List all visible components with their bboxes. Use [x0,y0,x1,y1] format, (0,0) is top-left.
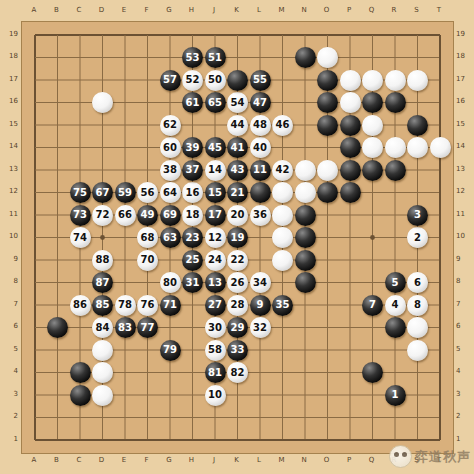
row-label-left-12: 12 [2,180,18,203]
col-label-bottom-Q: Q [360,456,383,464]
stone-black-L17-move-55: 55 [250,70,271,91]
stone-white-F10-move-68: 68 [137,227,158,248]
stone-white-J6-move-30: 30 [205,317,226,338]
stone-white-D9-move-88: 88 [92,250,113,271]
stone-white-G12-move-64: 64 [160,182,181,203]
stone-white-G14-move-60: 60 [160,137,181,158]
stone-white-E11-move-66: 66 [115,205,136,226]
row-label-left-3: 3 [2,383,18,406]
stone-black-S15 [407,115,428,136]
stone-white-J3-move-10: 10 [205,385,226,406]
stone-white-D5 [92,340,113,361]
stone-black-H8-move-31: 31 [182,272,203,293]
go-diagram: ABCDEFGHJKLMNOPQRST ABCDEFGHJKLMNOPQRST … [0,0,474,474]
stone-black-D12-move-67: 67 [92,182,113,203]
stone-black-B6 [47,317,68,338]
row-label-right-8: 8 [456,270,472,293]
col-label-top-L: L [248,6,271,14]
col-label-bottom-D: D [90,456,113,464]
watermark: 弈道秋声 [389,445,471,468]
row-label-right-19: 19 [456,23,472,46]
stone-white-S6 [407,317,428,338]
stone-black-C11-move-73: 73 [70,205,91,226]
col-label-top-T: T [428,6,451,14]
stone-black-O16 [317,92,338,113]
stone-white-M10 [272,227,293,248]
stone-white-H12-move-16: 16 [182,182,203,203]
column-labels-top: ABCDEFGHJKLMNOPQRST [23,6,451,14]
col-label-bottom-L: L [248,456,271,464]
col-label-bottom-G: G [158,456,181,464]
stone-white-L6-move-32: 32 [250,317,271,338]
stone-black-K10-move-19: 19 [227,227,248,248]
row-label-left-5: 5 [2,338,18,361]
stone-black-R6 [385,317,406,338]
col-label-bottom-C: C [68,456,91,464]
col-label-top-A: A [23,6,46,14]
stone-white-Q15 [362,115,383,136]
stone-white-N13 [295,160,316,181]
stone-black-E12-move-59: 59 [115,182,136,203]
col-label-top-E: E [113,6,136,14]
stone-black-F11-move-49: 49 [137,205,158,226]
stone-black-S11-move-3: 3 [407,205,428,226]
column-labels-bottom: ABCDEFGHJKLMNOPQRST [23,456,451,464]
stone-black-N8 [295,272,316,293]
stone-white-S17 [407,70,428,91]
row-label-left-1: 1 [2,428,18,451]
row-label-left-18: 18 [2,45,18,68]
stone-white-R7-move-4: 4 [385,295,406,316]
row-label-right-18: 18 [456,45,472,68]
stone-white-F7-move-76: 76 [137,295,158,316]
row-label-left-10: 10 [2,225,18,248]
row-label-left-2: 2 [2,405,18,428]
stone-black-Q16 [362,92,383,113]
stone-white-S5 [407,340,428,361]
row-label-left-15: 15 [2,113,18,136]
stone-black-J7-move-27: 27 [205,295,226,316]
stone-white-O13 [317,160,338,181]
stone-black-Q13 [362,160,383,181]
col-label-top-F: F [135,6,158,14]
col-label-top-S: S [405,6,428,14]
stone-white-D3 [92,385,113,406]
stone-black-C12-move-75: 75 [70,182,91,203]
row-label-right-4: 4 [456,360,472,383]
col-label-bottom-P: P [338,456,361,464]
stone-white-K8-move-26: 26 [227,272,248,293]
row-label-right-14: 14 [456,135,472,158]
stone-white-G8-move-80: 80 [160,272,181,293]
stone-white-J5-move-58: 58 [205,340,226,361]
row-label-right-3: 3 [456,383,472,406]
stone-black-G11-move-69: 69 [160,205,181,226]
stone-white-C10-move-74: 74 [70,227,91,248]
stone-black-G17-move-57: 57 [160,70,181,91]
row-label-right-7: 7 [456,293,472,316]
stone-white-Q14 [362,137,383,158]
col-label-top-P: P [338,6,361,14]
col-label-bottom-N: N [293,456,316,464]
stone-white-J9-move-24: 24 [205,250,226,271]
stone-white-M12 [272,182,293,203]
stone-white-G13-move-38: 38 [160,160,181,181]
row-label-left-11: 11 [2,203,18,226]
stone-white-K11-move-20: 20 [227,205,248,226]
stone-black-K5-move-33: 33 [227,340,248,361]
stone-white-L15-move-48: 48 [250,115,271,136]
stone-black-G10-move-63: 63 [160,227,181,248]
row-label-right-9: 9 [456,248,472,271]
row-label-left-17: 17 [2,68,18,91]
row-label-right-13: 13 [456,158,472,181]
col-label-top-N: N [293,6,316,14]
stone-black-Q7-move-7: 7 [362,295,383,316]
row-label-left-7: 7 [2,293,18,316]
stone-white-S14 [407,137,428,158]
stone-black-P12 [340,182,361,203]
row-label-right-12: 12 [456,180,472,203]
stone-black-J4-move-81: 81 [205,362,226,383]
stone-black-K14-move-41: 41 [227,137,248,158]
row-label-left-9: 9 [2,248,18,271]
row-labels-left: 19181716151413121110987654321 [2,23,18,451]
stone-black-J8-move-13: 13 [205,272,226,293]
stone-black-D7-move-85: 85 [92,295,113,316]
stone-white-L8-move-34: 34 [250,272,271,293]
stone-white-S10-move-2: 2 [407,227,428,248]
stone-white-D11-move-72: 72 [92,205,113,226]
stone-black-J18-move-51: 51 [205,47,226,68]
row-label-left-13: 13 [2,158,18,181]
stone-black-R8-move-5: 5 [385,272,406,293]
stone-white-D4 [92,362,113,383]
row-label-left-16: 16 [2,90,18,113]
stone-black-H10-move-23: 23 [182,227,203,248]
stone-white-H17-move-52: 52 [182,70,203,91]
col-label-bottom-O: O [315,456,338,464]
stone-white-L11-move-36: 36 [250,205,271,226]
stone-black-E6-move-83: 83 [115,317,136,338]
stone-white-P17 [340,70,361,91]
stone-white-M9 [272,250,293,271]
row-label-right-11: 11 [456,203,472,226]
stone-black-N11 [295,205,316,226]
stone-white-K4-move-82: 82 [227,362,248,383]
stone-black-J16-move-65: 65 [205,92,226,113]
stone-black-F6-move-77: 77 [137,317,158,338]
row-label-left-8: 8 [2,270,18,293]
stone-black-G7-move-71: 71 [160,295,181,316]
stone-black-K12-move-21: 21 [227,182,248,203]
col-label-bottom-F: F [135,456,158,464]
go-board: 1234567891011121314151617181920212223242… [21,21,454,454]
row-label-left-4: 4 [2,360,18,383]
col-label-bottom-K: K [225,456,248,464]
stone-white-T14 [430,137,451,158]
col-label-top-R: R [383,6,406,14]
col-label-bottom-A: A [23,456,46,464]
stone-black-G5-move-79: 79 [160,340,181,361]
stone-white-D16 [92,92,113,113]
stone-black-R3-move-1: 1 [385,385,406,406]
row-label-right-17: 17 [456,68,472,91]
stone-white-K9-move-22: 22 [227,250,248,271]
stone-white-R14 [385,137,406,158]
row-label-right-6: 6 [456,315,472,338]
stone-white-L14-move-40: 40 [250,137,271,158]
row-label-left-6: 6 [2,315,18,338]
col-label-bottom-H: H [180,456,203,464]
stone-white-J17-move-50: 50 [205,70,226,91]
stone-black-H14-move-39: 39 [182,137,203,158]
stone-black-K13-move-43: 43 [227,160,248,181]
stone-white-M15-move-46: 46 [272,115,293,136]
stone-black-J14-move-45: 45 [205,137,226,158]
stone-white-P16 [340,92,361,113]
stone-black-P13 [340,160,361,181]
stones-layer: 1234567891011121314151617181920212223242… [24,24,452,452]
stone-black-Q4 [362,362,383,383]
stone-black-H16-move-61: 61 [182,92,203,113]
stone-black-J11-move-17: 17 [205,205,226,226]
col-label-top-G: G [158,6,181,14]
stone-white-K16-move-54: 54 [227,92,248,113]
col-label-top-Q: Q [360,6,383,14]
stone-white-K7-move-28: 28 [227,295,248,316]
col-label-top-D: D [90,6,113,14]
stone-black-H18-move-53: 53 [182,47,203,68]
col-label-top-H: H [180,6,203,14]
stone-white-D6-move-84: 84 [92,317,113,338]
col-label-top-M: M [270,6,293,14]
panda-logo-icon [389,445,412,468]
row-label-right-2: 2 [456,405,472,428]
watermark-text: 弈道秋声 [415,448,471,466]
stone-white-E7-move-78: 78 [115,295,136,316]
stone-black-L7-move-9: 9 [250,295,271,316]
stone-white-Q17 [362,70,383,91]
col-label-bottom-B: B [45,456,68,464]
stone-black-O15 [317,115,338,136]
stone-white-J10-move-12: 12 [205,227,226,248]
row-label-right-5: 5 [456,338,472,361]
row-label-right-16: 16 [456,90,472,113]
stone-black-P15 [340,115,361,136]
stone-white-F9-move-70: 70 [137,250,158,271]
col-label-top-K: K [225,6,248,14]
stone-black-C4 [70,362,91,383]
stone-white-M13-move-42: 42 [272,160,293,181]
stone-black-K17 [227,70,248,91]
stone-black-N9 [295,250,316,271]
col-label-top-O: O [315,6,338,14]
stone-black-R16 [385,92,406,113]
stone-black-H13-move-37: 37 [182,160,203,181]
stone-black-M7-move-35: 35 [272,295,293,316]
stone-black-N18 [295,47,316,68]
stone-white-S8-move-6: 6 [407,272,428,293]
stone-black-K6-move-29: 29 [227,317,248,338]
stone-white-F12-move-56: 56 [137,182,158,203]
stone-white-M11 [272,205,293,226]
stone-black-J12-move-15: 15 [205,182,226,203]
col-label-bottom-M: M [270,456,293,464]
row-label-right-10: 10 [456,225,472,248]
stone-black-O12 [317,182,338,203]
stone-white-G15-move-62: 62 [160,115,181,136]
stone-white-C7-move-86: 86 [70,295,91,316]
stone-black-O17 [317,70,338,91]
stone-black-L16-move-47: 47 [250,92,271,113]
stone-white-J13-move-14: 14 [205,160,226,181]
stone-black-P14 [340,137,361,158]
stone-white-N12 [295,182,316,203]
row-label-right-15: 15 [456,113,472,136]
row-label-left-19: 19 [2,23,18,46]
stone-black-H9-move-25: 25 [182,250,203,271]
stone-black-C3 [70,385,91,406]
stone-white-H11-move-18: 18 [182,205,203,226]
row-label-left-14: 14 [2,135,18,158]
stone-black-D8-move-87: 87 [92,272,113,293]
col-label-top-J: J [203,6,226,14]
col-label-bottom-E: E [113,456,136,464]
stone-black-L12 [250,182,271,203]
col-label-top-B: B [45,6,68,14]
col-label-top-C: C [68,6,91,14]
stone-black-L13-move-11: 11 [250,160,271,181]
stone-white-S7-move-8: 8 [407,295,428,316]
stone-black-N10 [295,227,316,248]
stone-black-R13 [385,160,406,181]
col-label-bottom-J: J [203,456,226,464]
row-labels-right: 19181716151413121110987654321 [456,23,472,451]
stone-white-R17 [385,70,406,91]
stone-white-O18 [317,47,338,68]
stone-white-K15-move-44: 44 [227,115,248,136]
